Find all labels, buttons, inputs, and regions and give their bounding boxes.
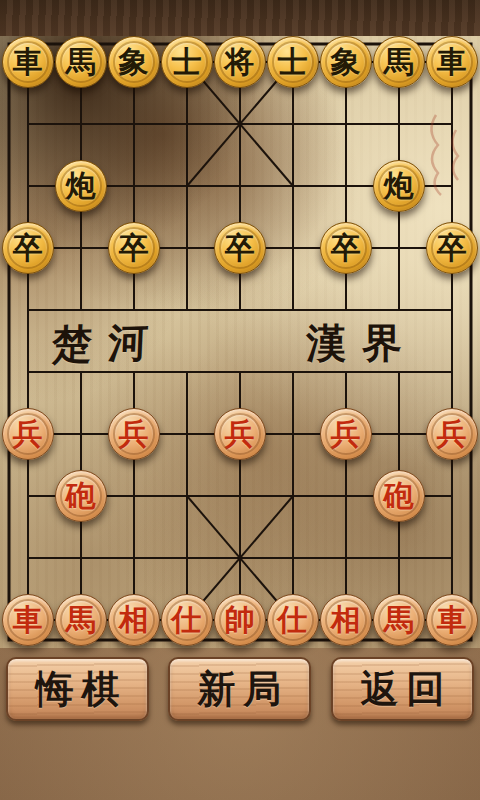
undo-move-button[interactable]: 悔棋 <box>6 657 149 721</box>
red-chariot[interactable]: 車 <box>426 594 478 646</box>
black-soldier[interactable]: 卒 <box>214 222 266 274</box>
red-soldier[interactable]: 兵 <box>214 408 266 460</box>
red-elephant[interactable]: 相 <box>320 594 372 646</box>
red-advisor[interactable]: 仕 <box>267 594 319 646</box>
red-soldier[interactable]: 兵 <box>108 408 160 460</box>
red-elephant[interactable]: 相 <box>108 594 160 646</box>
red-horse[interactable]: 馬 <box>55 594 107 646</box>
red-soldier[interactable]: 兵 <box>2 408 54 460</box>
black-elephant[interactable]: 象 <box>320 36 372 88</box>
black-chariot[interactable]: 車 <box>426 36 478 88</box>
black-soldier[interactable]: 卒 <box>108 222 160 274</box>
back-button[interactable]: 返回 <box>331 657 474 721</box>
red-horse[interactable]: 馬 <box>373 594 425 646</box>
black-cannon[interactable]: 炮 <box>373 160 425 212</box>
black-cannon[interactable]: 炮 <box>55 160 107 212</box>
black-advisor[interactable]: 士 <box>161 36 213 88</box>
black-advisor[interactable]: 士 <box>267 36 319 88</box>
new-game-button[interactable]: 新局 <box>168 657 311 721</box>
red-chariot[interactable]: 車 <box>2 594 54 646</box>
red-soldier[interactable]: 兵 <box>426 408 478 460</box>
red-soldier[interactable]: 兵 <box>320 408 372 460</box>
black-elephant[interactable]: 象 <box>108 36 160 88</box>
black-horse[interactable]: 馬 <box>55 36 107 88</box>
xiangqi-board[interactable]: 車馬象士将士象馬車炮炮卒卒卒卒卒兵兵兵兵兵砲砲車馬相仕帥仕相馬車 <box>1 31 478 651</box>
red-cannon[interactable]: 砲 <box>55 470 107 522</box>
black-soldier[interactable]: 卒 <box>2 222 54 274</box>
red-cannon[interactable]: 砲 <box>373 470 425 522</box>
red-general[interactable]: 帥 <box>214 594 266 646</box>
black-chariot[interactable]: 車 <box>2 36 54 88</box>
black-soldier[interactable]: 卒 <box>320 222 372 274</box>
black-horse[interactable]: 馬 <box>373 36 425 88</box>
red-advisor[interactable]: 仕 <box>161 594 213 646</box>
black-soldier[interactable]: 卒 <box>426 222 478 274</box>
black-general[interactable]: 将 <box>214 36 266 88</box>
xiangqi-app-screen: 楚河 漢界 車馬象士将士象馬車炮炮卒卒卒卒卒兵兵兵兵兵砲砲車馬相仕帥仕相馬車 悔… <box>0 0 480 800</box>
